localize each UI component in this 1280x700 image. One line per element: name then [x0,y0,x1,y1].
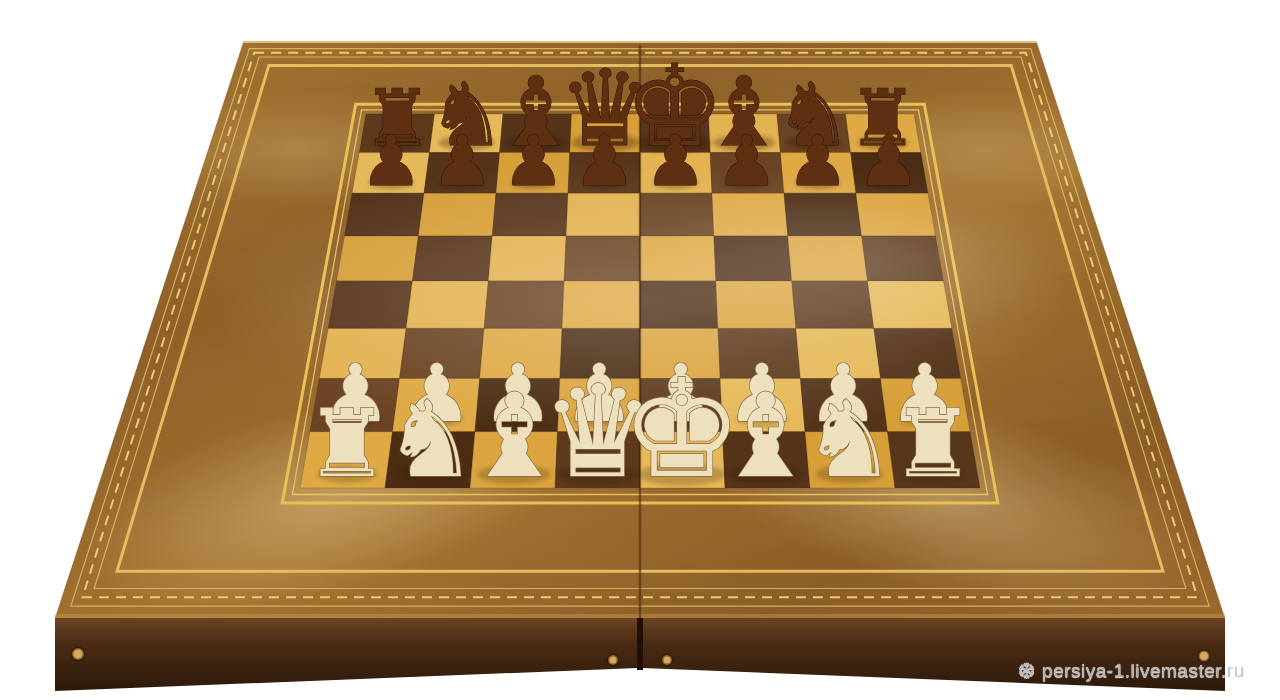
photo-stage: ♜♞♝♛♚♝♞♜♟♟♟♟♟♟♟♟♟♟♟♟♟♟♟♟♜♞♝♛♚♝♞♜ ❆ persi… [0,0,1280,700]
black-pawn-e7[interactable]: ♟ [644,120,706,201]
watermark: ❆ persiya-1.livemaster.ru [1018,659,1245,683]
black-pawn-h7[interactable]: ♟ [858,120,920,201]
black-pawn-f7[interactable]: ♟ [715,120,777,201]
inlay-dot [608,655,618,665]
black-pawn-a7[interactable]: ♟ [360,120,422,201]
watermark-text: persiya-1.livemaster.ru [1042,660,1245,682]
black-pawn-d7[interactable]: ♟ [573,120,635,201]
white-rook-h1[interactable]: ♜ [891,389,975,498]
chessboard-photo: ♜♞♝♛♚♝♞♜♟♟♟♟♟♟♟♟♟♟♟♟♟♟♟♟♜♞♝♛♚♝♞♜ [0,0,1280,700]
black-pawn-g7[interactable]: ♟ [786,120,848,201]
black-pawn-b7[interactable]: ♟ [431,120,493,201]
white-knight-g1[interactable]: ♞ [802,378,897,501]
snowflake-icon: ❆ [1018,659,1036,683]
white-rook-a1[interactable]: ♜ [305,389,389,498]
inlay-dot [72,648,84,660]
black-pawn-c7[interactable]: ♟ [502,120,564,201]
fold-gap [637,618,643,670]
inlay-dot [662,655,672,665]
